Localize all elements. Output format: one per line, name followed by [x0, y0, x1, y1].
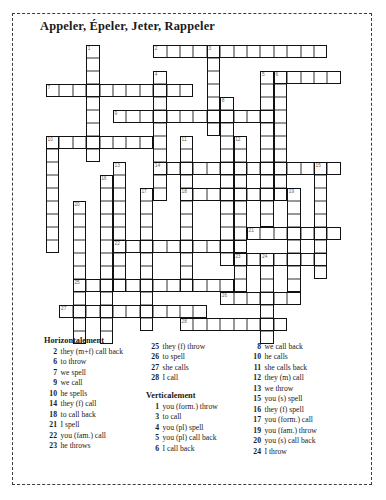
grid-cell[interactable] — [234, 136, 247, 149]
grid-cell[interactable] — [274, 162, 287, 175]
grid-cell[interactable] — [113, 253, 126, 266]
grid-cell[interactable] — [220, 201, 233, 214]
grid-cell[interactable] — [260, 71, 273, 84]
grid-cell[interactable] — [193, 45, 206, 58]
grid-cell[interactable] — [247, 292, 260, 305]
grid-cell[interactable] — [126, 136, 139, 149]
grid-cell[interactable] — [220, 292, 233, 305]
grid-cell[interactable] — [287, 214, 300, 227]
grid-cell[interactable] — [260, 97, 273, 110]
grid-cell[interactable] — [220, 214, 233, 227]
grid-cell[interactable] — [274, 84, 287, 97]
grid-cell[interactable] — [274, 175, 287, 188]
grid-cell[interactable] — [180, 214, 193, 227]
grid-cell[interactable] — [180, 188, 193, 201]
grid-cell[interactable] — [274, 45, 287, 58]
grid-cell[interactable] — [260, 305, 273, 318]
grid-cell[interactable] — [73, 266, 86, 279]
grid-cell[interactable] — [207, 240, 220, 253]
clue-item: 3to call — [146, 412, 250, 422]
grid-cell[interactable] — [153, 175, 166, 188]
clue-item-number: 13 — [248, 384, 261, 394]
grid-cell[interactable] — [73, 214, 86, 227]
clue-item-text: they (m) call — [265, 373, 304, 383]
grid-cell[interactable] — [180, 266, 193, 279]
grid-cell[interactable] — [100, 214, 113, 227]
grid-cell[interactable] — [126, 279, 139, 292]
grid-cell[interactable] — [287, 188, 300, 201]
grid-cell[interactable] — [287, 240, 300, 253]
grid-cell[interactable] — [73, 318, 86, 331]
grid-cell[interactable] — [234, 149, 247, 162]
grid-cell[interactable] — [274, 110, 287, 123]
grid-cell[interactable] — [100, 240, 113, 253]
grid-cell[interactable] — [167, 162, 180, 175]
grid-cell[interactable] — [100, 175, 113, 188]
grid-cell[interactable] — [113, 136, 126, 149]
grid-cell[interactable] — [193, 110, 206, 123]
grid-cell[interactable] — [234, 188, 247, 201]
grid-cell[interactable] — [207, 279, 220, 292]
grid-cell[interactable] — [301, 227, 314, 240]
grid-cell[interactable] — [287, 227, 300, 240]
grid-cell[interactable] — [113, 201, 126, 214]
grid-cell[interactable] — [167, 305, 180, 318]
grid-cell[interactable] — [153, 71, 166, 84]
grid-cell[interactable] — [59, 305, 72, 318]
grid-cell[interactable] — [327, 71, 340, 84]
clue-item-text: he throws — [61, 441, 91, 451]
grid-cell[interactable] — [126, 110, 139, 123]
grid-cell[interactable] — [180, 279, 193, 292]
grid-cell[interactable] — [327, 162, 340, 175]
grid-cell[interactable] — [301, 71, 314, 84]
grid-cell[interactable] — [167, 110, 180, 123]
grid-cell[interactable] — [220, 188, 233, 201]
grid-cell[interactable] — [301, 253, 314, 266]
grid-cell[interactable] — [140, 240, 153, 253]
clue-item-text: you (form.) throw — [163, 402, 218, 412]
grid-cell[interactable] — [126, 240, 139, 253]
grid-cell[interactable] — [100, 136, 113, 149]
grid-cell[interactable] — [220, 175, 233, 188]
grid-cell[interactable] — [314, 188, 327, 201]
grid-cell[interactable] — [73, 84, 86, 97]
grid-cell[interactable] — [220, 110, 233, 123]
grid-cell[interactable] — [100, 279, 113, 292]
grid-cell[interactable] — [153, 45, 166, 58]
grid-cell[interactable] — [287, 45, 300, 58]
grid-cell[interactable] — [140, 305, 153, 318]
grid-cell[interactable] — [46, 84, 59, 97]
grid-cell[interactable] — [234, 201, 247, 214]
grid-cell[interactable] — [140, 292, 153, 305]
clue-item-number: 22 — [44, 431, 57, 441]
grid-cell[interactable] — [73, 253, 86, 266]
grid-cell[interactable] — [247, 162, 260, 175]
grid-cell[interactable] — [207, 45, 220, 58]
clue-item-number: 7 — [44, 368, 57, 378]
clue-item: 19you (fam.) throw — [248, 426, 358, 436]
grid-cell[interactable] — [153, 110, 166, 123]
grid-cell[interactable] — [314, 227, 327, 240]
grid-cell[interactable] — [113, 188, 126, 201]
grid-cell[interactable] — [193, 305, 206, 318]
grid-cell[interactable] — [167, 279, 180, 292]
clue-item-text: I spell — [61, 420, 80, 430]
grid-cell[interactable] — [314, 162, 327, 175]
grid-cell[interactable] — [260, 110, 273, 123]
grid-cell[interactable] — [140, 84, 153, 97]
clue-item-text: to call back — [61, 410, 96, 420]
clue-item: 16they (f) spell — [248, 405, 358, 415]
clue-item-number: 11 — [248, 363, 261, 373]
grid-cell[interactable] — [86, 110, 99, 123]
grid-cell[interactable] — [140, 201, 153, 214]
grid-cell[interactable] — [220, 123, 233, 136]
grid-cell[interactable] — [207, 97, 220, 110]
grid-cell[interactable] — [234, 214, 247, 227]
clue-item-number: 24 — [248, 447, 261, 457]
clue-item-text: they (f) spell — [265, 405, 304, 415]
grid-cell[interactable] — [180, 318, 193, 331]
grid-cell[interactable] — [260, 266, 273, 279]
grid-cell[interactable] — [100, 253, 113, 266]
grid-cell[interactable] — [274, 292, 287, 305]
grid-cell[interactable] — [86, 84, 99, 97]
grid-cell[interactable] — [59, 136, 72, 149]
grid-cell[interactable] — [153, 84, 166, 97]
grid-cell[interactable] — [113, 175, 126, 188]
grid-cell[interactable] — [140, 318, 153, 331]
grid-cell[interactable] — [153, 188, 166, 201]
grid-cell[interactable] — [247, 227, 260, 240]
grid-cell[interactable] — [180, 45, 193, 58]
grid-cell[interactable] — [274, 71, 287, 84]
clue-item-number: 4 — [146, 423, 159, 433]
grid-cell[interactable] — [100, 188, 113, 201]
grid-cell[interactable] — [46, 201, 59, 214]
grid-cell[interactable] — [260, 136, 273, 149]
grid-cell[interactable] — [274, 318, 287, 331]
grid-cell[interactable] — [274, 253, 287, 266]
grid-cell[interactable] — [153, 123, 166, 136]
grid-cell[interactable] — [207, 71, 220, 84]
grid-cell[interactable] — [100, 266, 113, 279]
grid-cell[interactable] — [207, 58, 220, 71]
grid-cell[interactable] — [234, 279, 247, 292]
grid-cell[interactable] — [113, 227, 126, 240]
grid-cell[interactable] — [180, 227, 193, 240]
grid-cell[interactable] — [73, 201, 86, 214]
clue-item-text: you (fam.) throw — [265, 426, 317, 436]
grid-cell[interactable] — [140, 279, 153, 292]
grid-cell[interactable] — [126, 305, 139, 318]
grid-cell[interactable] — [207, 318, 220, 331]
grid-cell[interactable] — [287, 162, 300, 175]
grid-cell[interactable] — [86, 123, 99, 136]
grid-cell[interactable] — [234, 175, 247, 188]
grid-cell[interactable] — [46, 227, 59, 240]
grid-cell[interactable] — [314, 253, 327, 266]
grid-cell[interactable] — [234, 240, 247, 253]
grid-cell[interactable] — [140, 227, 153, 240]
clue-item-text: you (form.) call — [265, 415, 313, 425]
grid-cell[interactable] — [314, 71, 327, 84]
grid-cell[interactable] — [140, 214, 153, 227]
grid-cell[interactable] — [46, 240, 59, 253]
grid-cell[interactable] — [113, 279, 126, 292]
grid-cell[interactable] — [234, 227, 247, 240]
clue-item: 11she calls back — [248, 363, 358, 373]
clue-item: 9we call — [44, 378, 152, 388]
across-clues-list-1: 2they (m+f) call back6to throw7we spell9… — [44, 347, 152, 452]
grid-cell[interactable] — [247, 188, 260, 201]
clue-item-number: 3 — [146, 412, 159, 422]
grid-cell[interactable] — [220, 162, 233, 175]
grid-cell[interactable] — [167, 240, 180, 253]
grid-cell[interactable] — [153, 240, 166, 253]
grid-cell[interactable] — [86, 279, 99, 292]
grid-cell[interactable] — [234, 292, 247, 305]
clue-item: 25they (f) throw — [146, 342, 250, 352]
grid-cell[interactable] — [140, 110, 153, 123]
grid-cell[interactable] — [260, 227, 273, 240]
grid-cell[interactable] — [193, 318, 206, 331]
grid-cell[interactable] — [314, 214, 327, 227]
grid-cell[interactable] — [100, 201, 113, 214]
grid-cell[interactable] — [260, 318, 273, 331]
clue-item: 13we throw — [248, 384, 358, 394]
grid-cell[interactable] — [180, 136, 193, 149]
clue-item-number: 10 — [248, 352, 261, 362]
grid-cell[interactable] — [287, 253, 300, 266]
grid-cell[interactable] — [287, 279, 300, 292]
grid-cell[interactable] — [113, 162, 126, 175]
grid-cell[interactable] — [86, 45, 99, 58]
clue-item: 26to spell — [146, 352, 250, 362]
grid-cell[interactable] — [260, 45, 273, 58]
grid-cell[interactable] — [207, 123, 220, 136]
clue-item-text: I call back — [163, 444, 195, 454]
grid-cell[interactable] — [274, 149, 287, 162]
grid-cell[interactable] — [247, 253, 260, 266]
grid-cell[interactable] — [193, 279, 206, 292]
grid-cell[interactable] — [301, 45, 314, 58]
clue-item-text: you (fam.) call — [61, 431, 106, 441]
grid-cell[interactable] — [46, 149, 59, 162]
clue-item: 12they (m) call — [248, 373, 358, 383]
clue-item: 2they (m+f) call back — [44, 347, 152, 357]
worksheet-page: Appeler, Épeler, Jeter, Rappeler 2679101… — [0, 0, 386, 500]
grid-cell[interactable] — [153, 279, 166, 292]
grid-cell[interactable] — [167, 45, 180, 58]
grid-cell[interactable] — [220, 240, 233, 253]
grid-cell[interactable] — [46, 188, 59, 201]
grid-cell[interactable] — [327, 227, 340, 240]
clue-item-text: they (f) throw — [163, 342, 206, 352]
clue-item-text: we call — [61, 378, 83, 388]
grid-cell[interactable] — [260, 253, 273, 266]
grid-cell[interactable] — [287, 71, 300, 84]
grid-cell[interactable] — [180, 240, 193, 253]
clue-item: 28I call — [146, 373, 250, 383]
grid-cell[interactable] — [314, 45, 327, 58]
grid-cell[interactable] — [113, 240, 126, 253]
grid-cell[interactable] — [113, 305, 126, 318]
grid-cell[interactable] — [113, 214, 126, 227]
down-clues-list-2: 8we call back10he calls11she calls back1… — [248, 342, 358, 457]
grid-cell[interactable] — [140, 253, 153, 266]
grid-cell[interactable] — [153, 305, 166, 318]
page-title: Appeler, Épeler, Jeter, Rappeler — [40, 19, 215, 34]
grid-cell[interactable] — [73, 136, 86, 149]
grid-cell[interactable] — [113, 110, 126, 123]
grid-cell[interactable] — [180, 149, 193, 162]
grid-cell[interactable] — [207, 188, 220, 201]
grid-cell[interactable] — [46, 162, 59, 175]
grid-cell[interactable] — [234, 110, 247, 123]
grid-cell[interactable] — [180, 162, 193, 175]
grid-cell[interactable] — [100, 227, 113, 240]
grid-cell[interactable] — [287, 201, 300, 214]
grid-cell[interactable] — [86, 305, 99, 318]
grid-cell[interactable] — [220, 149, 233, 162]
grid-cell[interactable] — [113, 84, 126, 97]
grid-cell[interactable] — [260, 188, 273, 201]
grid-cell[interactable] — [193, 188, 206, 201]
grid-cell[interactable] — [220, 318, 233, 331]
grid-cell[interactable] — [140, 266, 153, 279]
grid-cell[interactable] — [207, 162, 220, 175]
grid-cell[interactable] — [247, 45, 260, 58]
grid-cell[interactable] — [46, 136, 59, 149]
grid-cell[interactable] — [220, 227, 233, 240]
grid-cell[interactable] — [100, 305, 113, 318]
grid-cell[interactable] — [167, 84, 180, 97]
grid-cell[interactable] — [287, 266, 300, 279]
clue-item-number: 27 — [146, 363, 159, 373]
grid-cell[interactable] — [274, 123, 287, 136]
grid-cell[interactable] — [153, 162, 166, 175]
grid-cell[interactable] — [260, 162, 273, 175]
grid-cell[interactable] — [220, 45, 233, 58]
clue-item-text: I call — [163, 373, 179, 383]
clue-item-text: you (s) spell — [265, 394, 303, 404]
grid-cell[interactable] — [86, 149, 99, 162]
clue-item: 27she calls — [146, 363, 250, 373]
across-header: Horizontalement — [44, 336, 152, 345]
grid-cell[interactable] — [301, 162, 314, 175]
grid-cell[interactable] — [126, 84, 139, 97]
grid-cell[interactable] — [73, 305, 86, 318]
grid-cell[interactable] — [274, 136, 287, 149]
grid-cell[interactable] — [193, 240, 206, 253]
grid-cell[interactable] — [46, 175, 59, 188]
clue-item: 20you (s) call back — [248, 436, 358, 446]
grid-cell[interactable] — [153, 136, 166, 149]
down-header: Verticalement — [146, 391, 250, 400]
clue-item-text: he spells — [61, 389, 88, 399]
grid-cell[interactable] — [274, 97, 287, 110]
grid-cell[interactable] — [234, 162, 247, 175]
clue-item: 10he spells — [44, 389, 152, 399]
grid-cell[interactable] — [180, 110, 193, 123]
grid-cell[interactable] — [207, 110, 220, 123]
grid-cell[interactable] — [260, 214, 273, 227]
grid-cell[interactable] — [220, 253, 233, 266]
grid-cell[interactable] — [86, 71, 99, 84]
grid-cell[interactable] — [73, 292, 86, 305]
grid-cell[interactable] — [220, 279, 233, 292]
grid-cell[interactable] — [180, 305, 193, 318]
grid-cell[interactable] — [314, 175, 327, 188]
grid-cell[interactable] — [140, 136, 153, 149]
grid-cell[interactable] — [100, 84, 113, 97]
grid-cell[interactable] — [86, 136, 99, 149]
grid-cell[interactable] — [207, 84, 220, 97]
grid-cell[interactable] — [260, 175, 273, 188]
grid-cell[interactable] — [100, 292, 113, 305]
grid-cell[interactable] — [234, 253, 247, 266]
across-clues-column: Horizontalement 2they (m+f) call back6to… — [44, 336, 152, 452]
grid-cell[interactable] — [100, 318, 113, 331]
grid-cell[interactable] — [234, 266, 247, 279]
grid-cell[interactable] — [180, 84, 193, 97]
grid-cell[interactable] — [260, 201, 273, 214]
grid-cell[interactable] — [153, 149, 166, 162]
grid-cell[interactable] — [287, 292, 300, 305]
grid-cell[interactable] — [260, 123, 273, 136]
clue-item-number: 2 — [44, 347, 57, 357]
grid-cell[interactable] — [260, 279, 273, 292]
grid-cell[interactable] — [247, 110, 260, 123]
grid-cell[interactable] — [86, 97, 99, 110]
grid-cell[interactable] — [86, 58, 99, 71]
clue-item-text: to throw — [61, 357, 87, 367]
grid-cell[interactable] — [220, 136, 233, 149]
grid-cell[interactable] — [180, 175, 193, 188]
grid-cell[interactable] — [73, 240, 86, 253]
grid-cell[interactable] — [46, 214, 59, 227]
grid-cell[interactable] — [314, 201, 327, 214]
clue-item-number: 21 — [44, 420, 57, 430]
grid-cell[interactable] — [153, 97, 166, 110]
clue-item-text: they (m+f) call back — [61, 347, 124, 357]
grid-cell[interactable] — [140, 188, 153, 201]
grid-cell[interactable] — [274, 188, 287, 201]
grid-cell[interactable] — [73, 227, 86, 240]
grid-cell[interactable] — [73, 279, 86, 292]
grid-cell[interactable] — [260, 292, 273, 305]
grid-cell[interactable] — [314, 266, 327, 279]
grid-cell[interactable] — [260, 149, 273, 162]
grid-cell[interactable] — [180, 253, 193, 266]
grid-cell[interactable] — [180, 201, 193, 214]
grid-cell[interactable] — [274, 227, 287, 240]
grid-cell[interactable] — [234, 45, 247, 58]
grid-cell[interactable] — [220, 97, 233, 110]
grid-cell[interactable] — [247, 318, 260, 331]
clue-item: 1you (form.) throw — [146, 402, 250, 412]
grid-cell[interactable] — [59, 84, 72, 97]
grid-cell[interactable] — [193, 162, 206, 175]
grid-cell[interactable] — [314, 240, 327, 253]
grid-cell[interactable] — [260, 84, 273, 97]
grid-cell[interactable] — [234, 318, 247, 331]
clue-item-text: we spell — [61, 368, 86, 378]
grid-cell[interactable] — [113, 266, 126, 279]
